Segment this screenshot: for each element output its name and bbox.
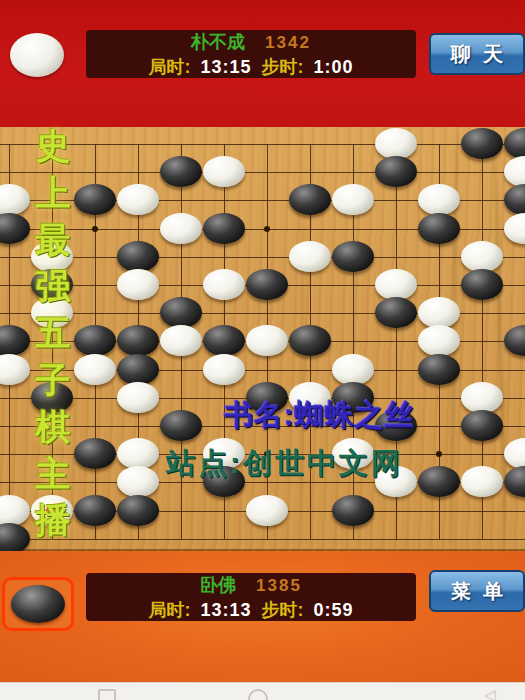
star-point xyxy=(264,226,270,232)
stone-white xyxy=(375,128,417,159)
bottom-game-time-label: 局时: xyxy=(148,598,190,622)
stone-white xyxy=(203,156,245,187)
bottom-move-time-label: 步时: xyxy=(262,598,304,622)
grid-line-horizontal xyxy=(0,172,525,173)
stone-black xyxy=(418,213,460,244)
stone-white xyxy=(117,269,159,300)
stone-black xyxy=(203,213,245,244)
stone-black xyxy=(117,495,159,526)
vertical-watermark-char: 上 xyxy=(33,173,73,220)
top-move-time-label: 步时: xyxy=(262,55,304,79)
menu-button[interactable]: 菜单 xyxy=(429,570,525,612)
top-player-name: 朴不成 xyxy=(191,30,245,54)
stone-black xyxy=(160,156,202,187)
stone-black xyxy=(160,297,202,328)
top-player-rating: 1342 xyxy=(265,33,311,53)
stone-black xyxy=(375,297,417,328)
stone-black xyxy=(117,241,159,272)
vertical-watermark-char: 播 xyxy=(33,500,73,547)
stone-white xyxy=(461,241,503,272)
home-icon[interactable] xyxy=(248,689,268,700)
stone-black xyxy=(74,438,116,469)
star-point xyxy=(436,451,442,457)
stone-black xyxy=(117,354,159,385)
stone-white xyxy=(461,382,503,413)
stone-white xyxy=(332,354,374,385)
stone-white xyxy=(203,354,245,385)
android-nav-bar: ◁ xyxy=(0,682,525,700)
bottom-player-name: 卧佛 xyxy=(200,573,236,597)
top-game-time: 13:15 xyxy=(200,57,251,78)
black-player-avatar-stone xyxy=(11,585,65,623)
stone-white xyxy=(246,495,288,526)
stone-white xyxy=(375,269,417,300)
stone-white xyxy=(289,241,331,272)
stone-black xyxy=(332,241,374,272)
watermark-book-title: 书名:蜘蛛之丝 xyxy=(224,396,415,436)
star-point xyxy=(92,226,98,232)
stone-black xyxy=(332,495,374,526)
grid-line-horizontal xyxy=(0,539,525,540)
stone-white xyxy=(160,213,202,244)
bottom-move-time: 0:59 xyxy=(314,600,354,621)
chat-button[interactable]: 聊天 xyxy=(429,33,525,75)
vertical-watermark-char: 主 xyxy=(33,454,73,501)
vertical-watermark-char: 强 xyxy=(33,266,73,313)
vertical-watermark-char: 子 xyxy=(33,360,73,407)
stone-black xyxy=(375,156,417,187)
stone-black xyxy=(461,410,503,441)
stone-black xyxy=(160,410,202,441)
stone-white xyxy=(117,382,159,413)
vertical-watermark-text: 史上最强五子棋主播 xyxy=(33,126,73,547)
grid-line-horizontal xyxy=(0,257,525,258)
stone-black xyxy=(461,128,503,159)
vertical-watermark-char: 棋 xyxy=(33,407,73,454)
watermark-site-name: 站点:创世中文网 xyxy=(166,444,403,484)
white-player-avatar-stone xyxy=(10,33,64,77)
stone-black xyxy=(418,354,460,385)
top-move-time: 1:00 xyxy=(314,57,354,78)
vertical-watermark-char: 最 xyxy=(33,220,73,267)
stone-black xyxy=(74,495,116,526)
stone-black xyxy=(461,269,503,300)
go-board[interactable] xyxy=(0,127,525,551)
top-game-time-label: 局时: xyxy=(148,55,190,79)
game-screen: 朴不成 1342 局时: 13:15 步时: 1:00 聊天 史上最强五子棋主播… xyxy=(0,0,525,700)
back-icon[interactable]: ◁ xyxy=(484,686,496,700)
stone-white xyxy=(117,438,159,469)
stone-white xyxy=(74,354,116,385)
stone-white xyxy=(418,297,460,328)
grid-line-horizontal xyxy=(0,144,525,145)
recent-apps-icon[interactable] xyxy=(98,689,116,700)
bottom-player-panel: 卧佛 1385 局时: 13:13 步时: 0:59 xyxy=(86,573,416,621)
top-player-panel: 朴不成 1342 局时: 13:15 步时: 1:00 xyxy=(86,30,416,78)
stone-white xyxy=(203,269,245,300)
black-player-active-frame xyxy=(2,577,74,631)
stone-black xyxy=(246,269,288,300)
vertical-watermark-char: 史 xyxy=(33,126,73,173)
vertical-watermark-char: 五 xyxy=(33,313,73,360)
bottom-game-time: 13:13 xyxy=(200,600,251,621)
bottom-player-rating: 1385 xyxy=(256,576,302,596)
